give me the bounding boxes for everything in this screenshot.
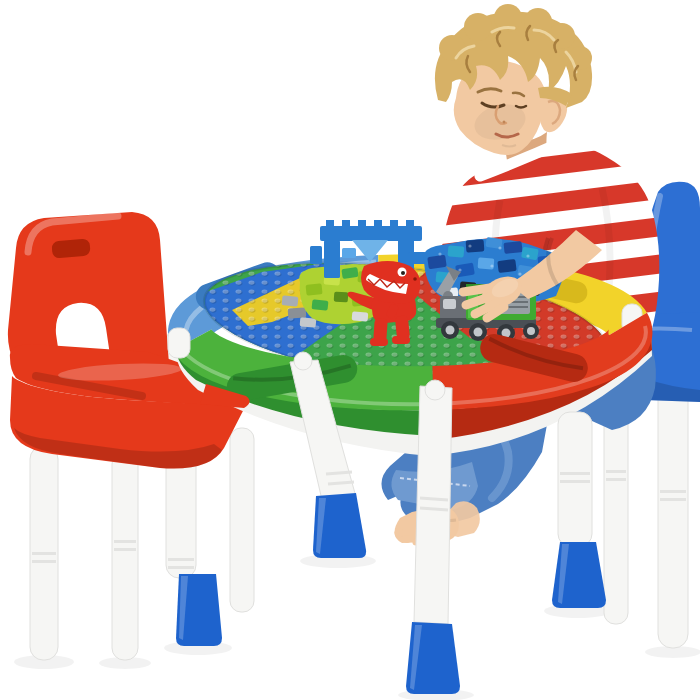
rim-joint-post-left — [168, 328, 190, 358]
table-leg-rear-right — [552, 412, 606, 608]
truck-window — [443, 299, 456, 309]
product-photo-stage — [0, 0, 700, 700]
scene-illustration — [0, 0, 700, 700]
red-chair-leg — [230, 428, 254, 612]
boy-head — [435, 4, 592, 155]
red-chair-leg — [112, 452, 138, 660]
red-chair-slot — [51, 238, 90, 258]
blue-chair-leg — [604, 396, 628, 624]
blue-chair-leg — [658, 358, 688, 648]
leg-ball-joint — [294, 352, 312, 370]
leg-ball-joint — [425, 380, 445, 400]
